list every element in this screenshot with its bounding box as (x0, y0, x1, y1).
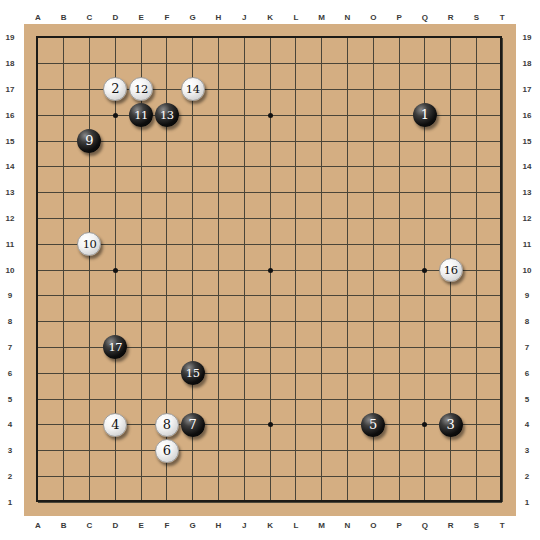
intersection-M11[interactable] (309, 231, 335, 257)
intersection-S3[interactable] (464, 438, 490, 464)
intersection-K5[interactable] (257, 386, 283, 412)
intersection-O18[interactable] (360, 51, 386, 77)
intersection-E7[interactable] (128, 335, 154, 361)
intersection-B9[interactable] (51, 283, 77, 309)
intersection-J11[interactable] (231, 231, 257, 257)
intersection-J14[interactable] (231, 154, 257, 180)
intersection-R6[interactable] (438, 360, 464, 386)
stone-black-11[interactable]: 11 (129, 103, 153, 127)
intersection-F4[interactable]: 8 (154, 412, 180, 438)
intersection-R10[interactable]: 16 (438, 257, 464, 283)
intersection-F7[interactable] (154, 335, 180, 361)
intersection-M3[interactable] (309, 438, 335, 464)
stone-white-12[interactable]: 12 (129, 77, 153, 101)
intersection-S12[interactable] (464, 206, 490, 232)
intersection-O7[interactable] (360, 335, 386, 361)
intersection-F3[interactable]: 6 (154, 438, 180, 464)
intersection-J13[interactable] (231, 180, 257, 206)
intersection-O12[interactable] (360, 206, 386, 232)
intersection-N19[interactable] (335, 25, 361, 51)
intersection-A14[interactable] (25, 154, 51, 180)
intersection-G12[interactable] (180, 206, 206, 232)
intersection-T3[interactable] (489, 438, 515, 464)
intersection-L4[interactable] (283, 412, 309, 438)
intersection-B8[interactable] (51, 309, 77, 335)
intersection-G15[interactable] (180, 128, 206, 154)
intersection-M14[interactable] (309, 154, 335, 180)
intersection-B3[interactable] (51, 438, 77, 464)
intersection-B7[interactable] (51, 335, 77, 361)
intersection-L16[interactable] (283, 102, 309, 128)
intersection-G2[interactable] (180, 464, 206, 490)
intersection-P4[interactable] (386, 412, 412, 438)
intersection-J7[interactable] (231, 335, 257, 361)
intersection-J16[interactable] (231, 102, 257, 128)
intersection-G10[interactable] (180, 257, 206, 283)
intersection-G11[interactable] (180, 231, 206, 257)
intersection-N3[interactable] (335, 438, 361, 464)
intersection-D13[interactable] (102, 180, 128, 206)
intersection-A19[interactable] (25, 25, 51, 51)
intersection-J17[interactable] (231, 77, 257, 103)
intersection-O17[interactable] (360, 77, 386, 103)
intersection-P1[interactable] (386, 489, 412, 515)
intersection-F10[interactable] (154, 257, 180, 283)
intersection-D18[interactable] (102, 51, 128, 77)
intersection-M8[interactable] (309, 309, 335, 335)
intersection-S2[interactable] (464, 464, 490, 490)
intersection-G1[interactable] (180, 489, 206, 515)
intersection-T15[interactable] (489, 128, 515, 154)
intersection-G8[interactable] (180, 309, 206, 335)
intersection-O4[interactable]: 5 (360, 412, 386, 438)
intersection-D15[interactable] (102, 128, 128, 154)
intersection-M12[interactable] (309, 206, 335, 232)
intersection-R8[interactable] (438, 309, 464, 335)
intersection-S18[interactable] (464, 51, 490, 77)
intersection-H19[interactable] (206, 25, 232, 51)
intersection-R13[interactable] (438, 180, 464, 206)
intersection-N12[interactable] (335, 206, 361, 232)
intersection-D3[interactable] (102, 438, 128, 464)
intersection-S9[interactable] (464, 283, 490, 309)
intersection-F9[interactable] (154, 283, 180, 309)
intersection-G7[interactable] (180, 335, 206, 361)
intersection-G5[interactable] (180, 386, 206, 412)
intersection-F2[interactable] (154, 464, 180, 490)
intersection-S10[interactable] (464, 257, 490, 283)
intersection-M17[interactable] (309, 77, 335, 103)
intersection-K7[interactable] (257, 335, 283, 361)
intersection-P11[interactable] (386, 231, 412, 257)
intersection-B11[interactable] (51, 231, 77, 257)
intersection-T16[interactable] (489, 102, 515, 128)
intersection-D8[interactable] (102, 309, 128, 335)
intersection-A5[interactable] (25, 386, 51, 412)
intersection-G18[interactable] (180, 51, 206, 77)
intersection-A7[interactable] (25, 335, 51, 361)
intersection-D2[interactable] (102, 464, 128, 490)
intersection-A17[interactable] (25, 77, 51, 103)
intersection-S4[interactable] (464, 412, 490, 438)
intersection-P7[interactable] (386, 335, 412, 361)
intersection-P5[interactable] (386, 386, 412, 412)
intersection-J15[interactable] (231, 128, 257, 154)
intersection-N5[interactable] (335, 386, 361, 412)
intersection-A1[interactable] (25, 489, 51, 515)
intersection-Q2[interactable] (412, 464, 438, 490)
intersection-O3[interactable] (360, 438, 386, 464)
intersection-T17[interactable] (489, 77, 515, 103)
intersection-D14[interactable] (102, 154, 128, 180)
intersection-O13[interactable] (360, 180, 386, 206)
intersection-H14[interactable] (206, 154, 232, 180)
intersection-S11[interactable] (464, 231, 490, 257)
intersection-D19[interactable] (102, 25, 128, 51)
intersection-B18[interactable] (51, 51, 77, 77)
intersection-N10[interactable] (335, 257, 361, 283)
intersection-C19[interactable] (77, 25, 103, 51)
intersection-M15[interactable] (309, 128, 335, 154)
intersection-G6[interactable]: 15 (180, 360, 206, 386)
intersection-H7[interactable] (206, 335, 232, 361)
intersection-L5[interactable] (283, 386, 309, 412)
stone-white-6[interactable]: 6 (155, 439, 179, 463)
intersection-N6[interactable] (335, 360, 361, 386)
intersection-C6[interactable] (77, 360, 103, 386)
intersection-Q5[interactable] (412, 386, 438, 412)
intersection-L1[interactable] (283, 489, 309, 515)
intersection-J19[interactable] (231, 25, 257, 51)
intersection-A13[interactable] (25, 180, 51, 206)
intersection-G9[interactable] (180, 283, 206, 309)
intersection-Q6[interactable] (412, 360, 438, 386)
intersection-L17[interactable] (283, 77, 309, 103)
intersection-H1[interactable] (206, 489, 232, 515)
intersection-R14[interactable] (438, 154, 464, 180)
intersection-M4[interactable] (309, 412, 335, 438)
intersection-L11[interactable] (283, 231, 309, 257)
intersection-C17[interactable] (77, 77, 103, 103)
intersection-D4[interactable]: 4 (102, 412, 128, 438)
intersection-R12[interactable] (438, 206, 464, 232)
intersection-A15[interactable] (25, 128, 51, 154)
intersection-D5[interactable] (102, 386, 128, 412)
intersection-B14[interactable] (51, 154, 77, 180)
intersection-K10[interactable] (257, 257, 283, 283)
intersection-N9[interactable] (335, 283, 361, 309)
intersection-P14[interactable] (386, 154, 412, 180)
intersection-H11[interactable] (206, 231, 232, 257)
intersection-F14[interactable] (154, 154, 180, 180)
intersection-N13[interactable] (335, 180, 361, 206)
intersection-D7[interactable]: 17 (102, 335, 128, 361)
intersection-J3[interactable] (231, 438, 257, 464)
intersection-H9[interactable] (206, 283, 232, 309)
intersection-E4[interactable] (128, 412, 154, 438)
intersection-M6[interactable] (309, 360, 335, 386)
intersection-J1[interactable] (231, 489, 257, 515)
intersection-H17[interactable] (206, 77, 232, 103)
intersection-F16[interactable]: 13 (154, 102, 180, 128)
intersection-L2[interactable] (283, 464, 309, 490)
intersection-Q17[interactable] (412, 77, 438, 103)
intersection-H2[interactable] (206, 464, 232, 490)
intersection-E16[interactable]: 11 (128, 102, 154, 128)
intersection-M9[interactable] (309, 283, 335, 309)
intersection-C11[interactable]: 10 (77, 231, 103, 257)
intersection-Q11[interactable] (412, 231, 438, 257)
intersection-T8[interactable] (489, 309, 515, 335)
intersection-H4[interactable] (206, 412, 232, 438)
intersection-L18[interactable] (283, 51, 309, 77)
intersection-R5[interactable] (438, 386, 464, 412)
intersection-B4[interactable] (51, 412, 77, 438)
intersection-H10[interactable] (206, 257, 232, 283)
intersection-G3[interactable] (180, 438, 206, 464)
intersection-Q16[interactable]: 1 (412, 102, 438, 128)
intersection-R3[interactable] (438, 438, 464, 464)
stone-black-3[interactable]: 3 (439, 413, 463, 437)
intersection-M7[interactable] (309, 335, 335, 361)
intersection-T11[interactable] (489, 231, 515, 257)
intersection-A16[interactable] (25, 102, 51, 128)
intersection-M16[interactable] (309, 102, 335, 128)
intersection-O16[interactable] (360, 102, 386, 128)
intersection-L9[interactable] (283, 283, 309, 309)
intersection-G13[interactable] (180, 180, 206, 206)
intersection-E3[interactable] (128, 438, 154, 464)
intersection-L10[interactable] (283, 257, 309, 283)
intersection-K1[interactable] (257, 489, 283, 515)
intersection-D11[interactable] (102, 231, 128, 257)
intersection-H16[interactable] (206, 102, 232, 128)
intersection-K14[interactable] (257, 154, 283, 180)
intersection-P8[interactable] (386, 309, 412, 335)
intersection-A12[interactable] (25, 206, 51, 232)
intersection-C5[interactable] (77, 386, 103, 412)
intersection-M13[interactable] (309, 180, 335, 206)
intersection-E15[interactable] (128, 128, 154, 154)
intersection-C1[interactable] (77, 489, 103, 515)
intersection-A6[interactable] (25, 360, 51, 386)
intersection-H5[interactable] (206, 386, 232, 412)
intersection-T5[interactable] (489, 386, 515, 412)
intersection-H8[interactable] (206, 309, 232, 335)
intersection-Q3[interactable] (412, 438, 438, 464)
intersection-M5[interactable] (309, 386, 335, 412)
intersection-N4[interactable] (335, 412, 361, 438)
intersection-O11[interactable] (360, 231, 386, 257)
stone-black-1[interactable]: 1 (413, 103, 437, 127)
intersection-F5[interactable] (154, 386, 180, 412)
intersection-N15[interactable] (335, 128, 361, 154)
intersection-S14[interactable] (464, 154, 490, 180)
intersection-R7[interactable] (438, 335, 464, 361)
intersection-P6[interactable] (386, 360, 412, 386)
intersection-K15[interactable] (257, 128, 283, 154)
intersection-D17[interactable]: 2 (102, 77, 128, 103)
intersection-J9[interactable] (231, 283, 257, 309)
intersection-E11[interactable] (128, 231, 154, 257)
intersection-D9[interactable] (102, 283, 128, 309)
intersection-F6[interactable] (154, 360, 180, 386)
intersection-T1[interactable] (489, 489, 515, 515)
stone-black-15[interactable]: 15 (181, 361, 205, 385)
intersection-O10[interactable] (360, 257, 386, 283)
intersection-P9[interactable] (386, 283, 412, 309)
intersection-N11[interactable] (335, 231, 361, 257)
intersection-R1[interactable] (438, 489, 464, 515)
intersection-S19[interactable] (464, 25, 490, 51)
intersection-C13[interactable] (77, 180, 103, 206)
intersection-H13[interactable] (206, 180, 232, 206)
intersection-Q14[interactable] (412, 154, 438, 180)
intersection-Q4[interactable] (412, 412, 438, 438)
intersection-R11[interactable] (438, 231, 464, 257)
intersection-L15[interactable] (283, 128, 309, 154)
intersection-T13[interactable] (489, 180, 515, 206)
intersection-A10[interactable] (25, 257, 51, 283)
intersection-P12[interactable] (386, 206, 412, 232)
intersection-B12[interactable] (51, 206, 77, 232)
intersection-G14[interactable] (180, 154, 206, 180)
intersection-H3[interactable] (206, 438, 232, 464)
intersection-K16[interactable] (257, 102, 283, 128)
intersection-H15[interactable] (206, 128, 232, 154)
intersection-B15[interactable] (51, 128, 77, 154)
intersection-T6[interactable] (489, 360, 515, 386)
intersection-F18[interactable] (154, 51, 180, 77)
intersection-Q19[interactable] (412, 25, 438, 51)
intersection-P19[interactable] (386, 25, 412, 51)
intersection-A18[interactable] (25, 51, 51, 77)
intersection-J5[interactable] (231, 386, 257, 412)
intersection-J18[interactable] (231, 51, 257, 77)
intersection-F11[interactable] (154, 231, 180, 257)
intersection-F8[interactable] (154, 309, 180, 335)
intersection-Q8[interactable] (412, 309, 438, 335)
intersection-P3[interactable] (386, 438, 412, 464)
intersection-E2[interactable] (128, 464, 154, 490)
stone-white-2[interactable]: 2 (103, 77, 127, 101)
intersection-P10[interactable] (386, 257, 412, 283)
intersection-F19[interactable] (154, 25, 180, 51)
intersection-S6[interactable] (464, 360, 490, 386)
intersection-P15[interactable] (386, 128, 412, 154)
intersection-K19[interactable] (257, 25, 283, 51)
intersection-Q13[interactable] (412, 180, 438, 206)
intersection-M18[interactable] (309, 51, 335, 77)
intersection-O5[interactable] (360, 386, 386, 412)
intersection-B2[interactable] (51, 464, 77, 490)
intersection-N7[interactable] (335, 335, 361, 361)
intersection-P18[interactable] (386, 51, 412, 77)
stone-white-14[interactable]: 14 (181, 77, 205, 101)
stone-white-16[interactable]: 16 (439, 258, 463, 282)
intersection-J4[interactable] (231, 412, 257, 438)
intersection-J10[interactable] (231, 257, 257, 283)
intersection-K9[interactable] (257, 283, 283, 309)
intersection-A9[interactable] (25, 283, 51, 309)
intersection-E18[interactable] (128, 51, 154, 77)
intersection-E5[interactable] (128, 386, 154, 412)
intersection-E8[interactable] (128, 309, 154, 335)
intersection-A4[interactable] (25, 412, 51, 438)
intersection-R2[interactable] (438, 464, 464, 490)
intersection-K17[interactable] (257, 77, 283, 103)
intersection-O15[interactable] (360, 128, 386, 154)
intersection-Q9[interactable] (412, 283, 438, 309)
intersection-L13[interactable] (283, 180, 309, 206)
intersection-E19[interactable] (128, 25, 154, 51)
intersection-E12[interactable] (128, 206, 154, 232)
intersection-A2[interactable] (25, 464, 51, 490)
intersection-O1[interactable] (360, 489, 386, 515)
intersection-T2[interactable] (489, 464, 515, 490)
intersection-H18[interactable] (206, 51, 232, 77)
intersection-Q1[interactable] (412, 489, 438, 515)
intersection-L12[interactable] (283, 206, 309, 232)
intersection-D6[interactable] (102, 360, 128, 386)
intersection-D16[interactable] (102, 102, 128, 128)
intersection-N8[interactable] (335, 309, 361, 335)
intersection-S5[interactable] (464, 386, 490, 412)
intersection-L3[interactable] (283, 438, 309, 464)
intersection-A11[interactable] (25, 231, 51, 257)
intersection-E17[interactable]: 12 (128, 77, 154, 103)
intersection-C12[interactable] (77, 206, 103, 232)
intersection-K18[interactable] (257, 51, 283, 77)
intersection-J2[interactable] (231, 464, 257, 490)
intersection-A3[interactable] (25, 438, 51, 464)
intersection-T7[interactable] (489, 335, 515, 361)
intersection-M2[interactable] (309, 464, 335, 490)
intersection-R17[interactable] (438, 77, 464, 103)
intersection-P13[interactable] (386, 180, 412, 206)
intersection-P17[interactable] (386, 77, 412, 103)
intersection-B13[interactable] (51, 180, 77, 206)
intersection-L19[interactable] (283, 25, 309, 51)
intersection-E9[interactable] (128, 283, 154, 309)
intersection-B10[interactable] (51, 257, 77, 283)
intersection-Q18[interactable] (412, 51, 438, 77)
intersection-L6[interactable] (283, 360, 309, 386)
intersection-O8[interactable] (360, 309, 386, 335)
intersection-P2[interactable] (386, 464, 412, 490)
intersection-C7[interactable] (77, 335, 103, 361)
intersection-C14[interactable] (77, 154, 103, 180)
intersection-S17[interactable] (464, 77, 490, 103)
intersection-A8[interactable] (25, 309, 51, 335)
intersection-B1[interactable] (51, 489, 77, 515)
intersection-E14[interactable] (128, 154, 154, 180)
stone-black-17[interactable]: 17 (103, 335, 127, 359)
intersection-C16[interactable] (77, 102, 103, 128)
intersection-S15[interactable] (464, 128, 490, 154)
intersection-E13[interactable] (128, 180, 154, 206)
intersection-S13[interactable] (464, 180, 490, 206)
intersection-C10[interactable] (77, 257, 103, 283)
intersection-H12[interactable] (206, 206, 232, 232)
intersection-C3[interactable] (77, 438, 103, 464)
intersection-C4[interactable] (77, 412, 103, 438)
intersection-J6[interactable] (231, 360, 257, 386)
intersection-B19[interactable] (51, 25, 77, 51)
intersection-C2[interactable] (77, 464, 103, 490)
intersection-B16[interactable] (51, 102, 77, 128)
intersection-Q15[interactable] (412, 128, 438, 154)
